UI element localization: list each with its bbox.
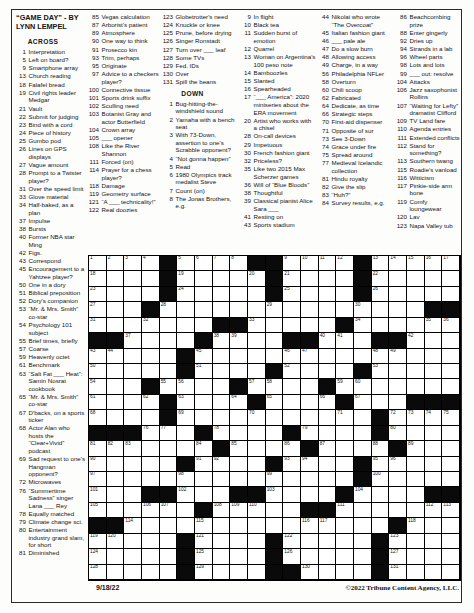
grid-cell-r12c5[interactable]: 77 [160, 426, 178, 441]
grid-cell-r9c17[interactable] [372, 379, 390, 394]
grid-cell-r20c8[interactable] [213, 549, 231, 564]
grid-cell-r7c5[interactable] [160, 349, 178, 364]
grid-cell-r4c3[interactable] [124, 302, 142, 317]
grid-cell-r12c6[interactable] [177, 426, 195, 441]
grid-cell-r19c16[interactable] [354, 534, 372, 549]
grid-cell-r18c16[interactable] [354, 518, 372, 533]
grid-cell-r8c20[interactable] [425, 364, 443, 379]
grid-cell-r10c7[interactable] [195, 395, 213, 410]
grid-cell-r19c1[interactable]: 119 [89, 534, 107, 549]
grid-cell-r14c5[interactable] [160, 457, 178, 472]
grid-cell-r8c19[interactable] [407, 364, 425, 379]
grid-cell-r8c1[interactable]: 50 [89, 364, 107, 379]
grid-cell-r20c10[interactable] [248, 549, 266, 564]
grid-cell-r18c15[interactable] [336, 518, 354, 533]
grid-cell-r8c3[interactable] [124, 364, 142, 379]
grid-cell-r21c18[interactable]: 131 [389, 565, 407, 580]
grid-cell-r16c14[interactable] [319, 487, 337, 502]
grid-cell-r20c12[interactable]: 126 [283, 549, 301, 564]
grid-cell-r20c2[interactable] [107, 549, 125, 564]
grid-cell-r1c13[interactable]: 10 [301, 256, 319, 271]
grid-cell-r16c2[interactable] [107, 487, 125, 502]
grid-cell-r19c14[interactable] [319, 534, 337, 549]
grid-cell-r2c21[interactable] [442, 271, 460, 286]
grid-cell-r21c1[interactable]: 128 [89, 565, 107, 580]
grid-cell-r6c16[interactable] [354, 333, 372, 348]
grid-cell-r7c19[interactable] [407, 349, 425, 364]
grid-cell-r18c12[interactable] [283, 518, 301, 533]
grid-cell-r7c4[interactable] [142, 349, 160, 364]
grid-cell-r4c8[interactable] [213, 302, 231, 317]
grid-cell-r21c5[interactable] [160, 565, 178, 580]
grid-cell-r13c1[interactable]: 81 [89, 441, 107, 456]
grid-cell-r21c21[interactable] [442, 565, 460, 580]
grid-cell-r3c15[interactable] [336, 287, 354, 302]
grid-cell-r4c10[interactable] [248, 302, 266, 317]
grid-cell-r16c8[interactable] [213, 487, 231, 502]
grid-cell-r2c17[interactable]: 22 [372, 271, 390, 286]
grid-cell-r12c20[interactable] [425, 426, 443, 441]
grid-cell-r1c2[interactable]: 2 [107, 256, 125, 271]
grid-cell-r13c12[interactable]: 86 [283, 441, 301, 456]
grid-cell-r17c3[interactable] [124, 503, 142, 518]
grid-cell-r17c17[interactable] [372, 503, 390, 518]
grid-cell-r20c16[interactable] [354, 549, 372, 564]
grid-cell-r7c18[interactable]: 49 [389, 349, 407, 364]
grid-cell-r6c10[interactable] [248, 333, 266, 348]
grid-cell-r2c12[interactable]: 21 [283, 271, 301, 286]
grid-cell-r18c5[interactable] [160, 518, 178, 533]
grid-cell-r11c19[interactable]: 73 [407, 410, 425, 425]
grid-cell-r9c11[interactable]: 58 [266, 379, 284, 394]
grid-cell-r18c6[interactable] [177, 518, 195, 533]
grid-cell-r19c21[interactable] [442, 534, 460, 549]
grid-cell-r3c18[interactable] [389, 287, 407, 302]
grid-cell-r12c16[interactable] [354, 426, 372, 441]
grid-cell-r19c4[interactable] [142, 534, 160, 549]
grid-cell-r17c16[interactable] [354, 503, 372, 518]
grid-cell-r11c8[interactable] [213, 410, 231, 425]
grid-cell-r7c8[interactable] [213, 349, 231, 364]
grid-cell-r13c4[interactable] [142, 441, 160, 456]
grid-cell-r19c10[interactable] [248, 534, 266, 549]
grid-cell-r7c17[interactable]: 48 [372, 349, 390, 364]
grid-cell-r19c18[interactable]: 123 [389, 534, 407, 549]
grid-cell-r12c13[interactable]: 79 [301, 426, 319, 441]
grid-cell-r2c1[interactable]: 18 [89, 271, 107, 286]
grid-cell-r3c17[interactable]: 26 [372, 287, 390, 302]
grid-cell-r18c17[interactable] [372, 518, 390, 533]
grid-cell-r10c3[interactable] [124, 395, 142, 410]
grid-cell-r5c5[interactable] [160, 318, 178, 333]
grid-cell-r16c6[interactable]: 102 [177, 487, 195, 502]
grid-cell-r3c14[interactable] [319, 287, 337, 302]
grid-cell-r9c2[interactable] [107, 379, 125, 394]
grid-cell-r11c9[interactable] [230, 410, 248, 425]
grid-cell-r15c19[interactable] [407, 472, 425, 487]
grid-cell-r17c21[interactable]: 113 [442, 503, 460, 518]
grid-cell-r14c10[interactable] [248, 457, 266, 472]
grid-cell-r16c17[interactable] [372, 487, 390, 502]
grid-cell-r11c2[interactable] [107, 410, 125, 425]
grid-cell-r19c20[interactable] [425, 534, 443, 549]
grid-cell-r4c6[interactable] [177, 302, 195, 317]
grid-cell-r1c12[interactable]: 9 [283, 256, 301, 271]
grid-cell-r9c21[interactable] [442, 379, 460, 394]
grid-cell-r3c3[interactable] [124, 287, 142, 302]
grid-cell-r20c20[interactable] [425, 549, 443, 564]
grid-cell-r6c6[interactable] [177, 333, 195, 348]
grid-cell-r21c9[interactable] [230, 565, 248, 580]
grid-cell-r21c19[interactable] [407, 565, 425, 580]
grid-cell-r16c1[interactable]: 101 [89, 487, 107, 502]
grid-cell-r16c18[interactable] [389, 487, 407, 502]
grid-cell-r15c4[interactable] [142, 472, 160, 487]
grid-cell-r8c18[interactable] [389, 364, 407, 379]
grid-cell-r1c14[interactable]: 11 [319, 256, 337, 271]
grid-cell-r20c7[interactable]: 125 [195, 549, 213, 564]
grid-cell-r10c8[interactable] [213, 395, 231, 410]
grid-cell-r15c1[interactable]: 97 [89, 472, 107, 487]
grid-cell-r20c1[interactable]: 124 [89, 549, 107, 564]
grid-cell-r16c3[interactable] [124, 487, 142, 502]
grid-cell-r14c8[interactable]: 92 [213, 457, 231, 472]
grid-cell-r10c17[interactable] [372, 395, 390, 410]
grid-cell-r16c13[interactable] [301, 487, 319, 502]
grid-cell-r1c19[interactable]: 15 [407, 256, 425, 271]
grid-cell-r10c11[interactable]: 65 [266, 395, 284, 410]
grid-cell-r19c7[interactable]: 121 [195, 534, 213, 549]
grid-cell-r5c12[interactable] [283, 318, 301, 333]
grid-cell-r19c3[interactable] [124, 534, 142, 549]
grid-cell-r17c4[interactable]: 106 [142, 503, 160, 518]
grid-cell-r2c18[interactable] [389, 271, 407, 286]
grid-cell-r17c20[interactable]: 112 [425, 503, 443, 518]
grid-cell-r21c3[interactable] [124, 565, 142, 580]
grid-cell-r14c1[interactable]: 90 [89, 457, 107, 472]
grid-cell-r8c21[interactable] [442, 364, 460, 379]
grid-cell-r10c14[interactable]: 66 [319, 395, 337, 410]
grid-cell-r11c11[interactable] [266, 410, 284, 425]
grid-cell-r8c12[interactable]: 52 [283, 364, 301, 379]
grid-cell-r17c9[interactable]: 109 [230, 503, 248, 518]
grid-cell-r21c14[interactable] [319, 565, 337, 580]
grid-cell-r9c10[interactable]: 57 [248, 379, 266, 394]
grid-cell-r17c5[interactable]: 107 [160, 503, 178, 518]
grid-cell-r7c16[interactable] [354, 349, 372, 364]
grid-cell-r5c7[interactable] [195, 318, 213, 333]
grid-cell-r18c7[interactable]: 115 [195, 518, 213, 533]
grid-cell-r4c2[interactable] [107, 302, 125, 317]
grid-cell-r2c2[interactable] [107, 271, 125, 286]
grid-cell-r13c17[interactable]: 88 [372, 441, 390, 456]
grid-cell-r5c13[interactable] [301, 318, 319, 333]
grid-cell-r9c18[interactable] [389, 379, 407, 394]
grid-cell-r10c2[interactable] [107, 395, 125, 410]
grid-cell-r15c9[interactable] [230, 472, 248, 487]
grid-cell-r10c4[interactable]: 62 [142, 395, 160, 410]
grid-cell-r17c15[interactable]: 111 [336, 503, 354, 518]
grid-cell-r14c4[interactable] [142, 457, 160, 472]
grid-cell-r13c16[interactable] [354, 441, 372, 456]
grid-cell-r1c6[interactable]: 5 [177, 256, 195, 271]
grid-cell-r1c4[interactable]: 4 [142, 256, 160, 271]
grid-cell-r11c12[interactable] [283, 410, 301, 425]
grid-cell-r17c18[interactable] [389, 503, 407, 518]
grid-cell-r11c14[interactable] [319, 410, 337, 425]
grid-cell-r11c3[interactable] [124, 410, 142, 425]
grid-cell-r21c15[interactable] [336, 565, 354, 580]
grid-cell-r7c9[interactable] [230, 349, 248, 364]
grid-cell-r19c12[interactable]: 122 [283, 534, 301, 549]
grid-cell-r5c4[interactable]: 32 [142, 318, 160, 333]
grid-cell-r10c13[interactable] [301, 395, 319, 410]
grid-cell-r9c1[interactable]: 54 [89, 379, 107, 394]
grid-cell-r11c10[interactable]: 70 [248, 410, 266, 425]
grid-cell-r17c19[interactable] [407, 503, 425, 518]
grid-cell-r3c12[interactable]: 25 [283, 287, 301, 302]
grid-cell-r5c11[interactable] [266, 318, 284, 333]
grid-cell-r20c18[interactable]: 127 [389, 549, 407, 564]
grid-cell-r2c15[interactable] [336, 271, 354, 286]
grid-cell-r2c9[interactable] [230, 271, 248, 286]
grid-cell-r12c4[interactable]: 76 [142, 426, 160, 441]
grid-cell-r3c13[interactable] [301, 287, 319, 302]
grid-cell-r6c5[interactable] [160, 333, 178, 348]
grid-cell-r20c15[interactable] [336, 549, 354, 564]
grid-cell-r2c13[interactable] [301, 271, 319, 286]
grid-cell-r8c13[interactable] [301, 364, 319, 379]
grid-cell-r18c20[interactable] [425, 518, 443, 533]
grid-cell-r19c8[interactable] [213, 534, 231, 549]
grid-cell-r5c18[interactable] [389, 318, 407, 333]
grid-cell-r15c21[interactable] [442, 472, 460, 487]
grid-cell-r4c16[interactable]: 30 [354, 302, 372, 317]
grid-cell-r18c11[interactable] [266, 518, 284, 533]
grid-cell-r6c19[interactable]: 42 [407, 333, 425, 348]
grid-cell-r7c11[interactable] [266, 349, 284, 364]
grid-cell-r3c2[interactable] [107, 287, 125, 302]
grid-cell-r13c6[interactable] [177, 441, 195, 456]
grid-cell-r11c15[interactable]: 71 [336, 410, 354, 425]
grid-cell-r15c8[interactable] [213, 472, 231, 487]
grid-cell-r14c13[interactable]: 94 [301, 457, 319, 472]
grid-cell-r17c2[interactable] [107, 503, 125, 518]
grid-cell-r5c2[interactable] [107, 318, 125, 333]
grid-cell-r4c1[interactable]: 27 [89, 302, 107, 317]
grid-cell-r6c14[interactable]: 40 [319, 333, 337, 348]
grid-cell-r13c7[interactable]: 84 [195, 441, 213, 456]
grid-cell-r1c21[interactable]: 17 [442, 256, 460, 271]
grid-cell-r7c2[interactable]: 44 [107, 349, 125, 364]
grid-cell-r15c14[interactable] [319, 472, 337, 487]
grid-cell-r17c1[interactable]: 105 [89, 503, 107, 518]
grid-cell-r15c15[interactable] [336, 472, 354, 487]
grid-cell-r4c5[interactable]: 28 [160, 302, 178, 317]
grid-cell-r7c7[interactable]: 45 [195, 349, 213, 364]
grid-cell-r5c6[interactable] [177, 318, 195, 333]
grid-cell-r19c9[interactable] [230, 534, 248, 549]
grid-cell-r2c14[interactable] [319, 271, 337, 286]
grid-cell-r14c21[interactable] [442, 457, 460, 472]
grid-cell-r21c20[interactable] [425, 565, 443, 580]
grid-cell-r14c9[interactable] [230, 457, 248, 472]
grid-cell-r7c14[interactable] [319, 349, 337, 364]
grid-cell-r15c2[interactable] [107, 472, 125, 487]
grid-cell-r10c1[interactable]: 61 [89, 395, 107, 410]
grid-cell-r7c3[interactable] [124, 349, 142, 364]
grid-cell-r2c20[interactable] [425, 271, 443, 286]
grid-cell-r9c16[interactable]: 60 [354, 379, 372, 394]
grid-cell-r18c14[interactable]: 117 [319, 518, 337, 533]
grid-cell-r19c5[interactable] [160, 534, 178, 549]
grid-cell-r20c13[interactable] [301, 549, 319, 564]
grid-cell-r15c20[interactable] [425, 472, 443, 487]
grid-cell-r20c14[interactable] [319, 549, 337, 564]
grid-cell-r5c16[interactable]: 34 [354, 318, 372, 333]
grid-cell-r19c19[interactable] [407, 534, 425, 549]
grid-cell-r7c13[interactable]: 47 [301, 349, 319, 364]
grid-cell-r17c11[interactable] [266, 503, 284, 518]
grid-cell-r9c7[interactable] [195, 379, 213, 394]
grid-cell-r5c1[interactable]: 31 [89, 318, 107, 333]
grid-cell-r14c2[interactable] [107, 457, 125, 472]
grid-cell-r5c3[interactable] [124, 318, 142, 333]
grid-cell-r16c11[interactable]: 103 [266, 487, 284, 502]
grid-cell-r14c20[interactable] [425, 457, 443, 472]
grid-cell-r2c3[interactable] [124, 271, 142, 286]
grid-cell-r18c13[interactable]: 116 [301, 518, 319, 533]
grid-cell-r5c20[interactable]: 35 [425, 318, 443, 333]
grid-cell-r19c2[interactable]: 120 [107, 534, 125, 549]
grid-cell-r12c21[interactable] [442, 426, 460, 441]
grid-cell-r8c15[interactable] [336, 364, 354, 379]
grid-cell-r3c19[interactable] [407, 287, 425, 302]
grid-cell-r15c7[interactable] [195, 472, 213, 487]
grid-cell-r14c7[interactable]: 91 [195, 457, 213, 472]
grid-cell-r9c5[interactable]: 55 [160, 379, 178, 394]
grid-cell-r13c10[interactable] [248, 441, 266, 456]
grid-cell-r9c13[interactable] [301, 379, 319, 394]
grid-cell-r8c14[interactable] [319, 364, 337, 379]
grid-cell-r3c1[interactable]: 23 [89, 287, 107, 302]
grid-cell-r3c10[interactable] [248, 287, 266, 302]
grid-cell-r4c13[interactable] [301, 302, 319, 317]
grid-cell-r8c9[interactable] [230, 364, 248, 379]
grid-cell-r17c6[interactable] [177, 503, 195, 518]
grid-cell-r18c10[interactable] [248, 518, 266, 533]
grid-cell-r7c20[interactable] [425, 349, 443, 364]
grid-cell-r2c6[interactable]: 19 [177, 271, 195, 286]
grid-cell-r4c18[interactable] [389, 302, 407, 317]
grid-cell-r5c21[interactable]: 36 [442, 318, 460, 333]
grid-cell-r9c8[interactable] [213, 379, 231, 394]
grid-cell-r17c10[interactable]: 110 [248, 503, 266, 518]
grid-cell-r3c9[interactable] [230, 287, 248, 302]
grid-cell-r3c21[interactable] [442, 287, 460, 302]
grid-cell-r3c4[interactable] [142, 287, 160, 302]
grid-cell-r21c16[interactable] [354, 565, 372, 580]
grid-cell-r3c7[interactable] [195, 287, 213, 302]
grid-cell-r1c15[interactable]: 12 [336, 256, 354, 271]
grid-cell-r15c17[interactable]: 100 [372, 472, 390, 487]
grid-cell-r12c10[interactable] [248, 426, 266, 441]
grid-cell-r21c4[interactable] [142, 565, 160, 580]
grid-cell-r15c6[interactable]: 98 [177, 472, 195, 487]
grid-cell-r14c17[interactable]: 95 [372, 457, 390, 472]
grid-cell-r16c12[interactable] [283, 487, 301, 502]
grid-cell-r18c9[interactable] [230, 518, 248, 533]
grid-cell-r4c12[interactable] [283, 302, 301, 317]
grid-cell-r9c19[interactable] [407, 379, 425, 394]
grid-cell-r11c20[interactable]: 74 [425, 410, 443, 425]
grid-cell-r13c21[interactable] [442, 441, 460, 456]
grid-cell-r13c3[interactable]: 83 [124, 441, 142, 456]
grid-cell-r21c8[interactable] [213, 565, 231, 580]
grid-cell-r4c9[interactable] [230, 302, 248, 317]
grid-cell-r21c7[interactable]: 129 [195, 565, 213, 580]
grid-cell-r17c12[interactable] [283, 503, 301, 518]
grid-cell-r15c12[interactable] [283, 472, 301, 487]
grid-cell-r7c15[interactable] [336, 349, 354, 364]
grid-cell-r8c4[interactable] [142, 364, 160, 379]
grid-cell-r12c18[interactable]: 80 [389, 426, 407, 441]
grid-cell-r8c5[interactable] [160, 364, 178, 379]
grid-cell-r11c7[interactable] [195, 410, 213, 425]
grid-cell-r6c9[interactable]: 39 [230, 333, 248, 348]
grid-cell-r5c19[interactable] [407, 318, 425, 333]
grid-cell-r17c8[interactable]: 108 [213, 503, 231, 518]
grid-cell-r7c12[interactable]: 46 [283, 349, 301, 364]
grid-cell-r4c7[interactable] [195, 302, 213, 317]
grid-cell-r11c1[interactable]: 68 [89, 410, 107, 425]
grid-cell-r4c15[interactable] [336, 302, 354, 317]
grid-cell-r11c16[interactable] [354, 410, 372, 425]
grid-cell-r2c8[interactable] [213, 271, 231, 286]
grid-cell-r7c10[interactable] [248, 349, 266, 364]
grid-cell-r12c11[interactable] [266, 426, 284, 441]
grid-cell-r19c13[interactable] [301, 534, 319, 549]
grid-cell-r2c7[interactable] [195, 271, 213, 286]
grid-cell-r12c14[interactable] [319, 426, 337, 441]
grid-cell-r21c2[interactable] [107, 565, 125, 580]
grid-cell-r16c7[interactable] [195, 487, 213, 502]
grid-cell-r14c19[interactable] [407, 457, 425, 472]
grid-cell-r4c11[interactable]: 29 [266, 302, 284, 317]
grid-cell-r5c17[interactable] [372, 318, 390, 333]
grid-cell-r20c9[interactable] [230, 549, 248, 564]
grid-cell-r13c19[interactable]: 89 [407, 441, 425, 456]
grid-cell-r10c9[interactable]: 64 [230, 395, 248, 410]
grid-cell-r4c14[interactable] [319, 302, 337, 317]
grid-cell-r13c15[interactable] [336, 441, 354, 456]
grid-cell-r7c21[interactable] [442, 349, 460, 364]
grid-cell-r12c19[interactable] [407, 426, 425, 441]
grid-cell-r11c21[interactable]: 75 [442, 410, 460, 425]
grid-cell-r9c15[interactable]: 59 [336, 379, 354, 394]
grid-cell-r14c18[interactable]: 96 [389, 457, 407, 472]
grid-cell-r14c3[interactable] [124, 457, 142, 472]
grid-cell-r18c19[interactable]: 118 [407, 518, 425, 533]
grid-cell-r12c15[interactable] [336, 426, 354, 441]
grid-cell-r13c20[interactable] [425, 441, 443, 456]
grid-cell-r15c11[interactable]: 99 [266, 472, 284, 487]
grid-cell-r14c14[interactable] [319, 457, 337, 472]
grid-cell-r11c13[interactable] [301, 410, 319, 425]
grid-cell-r6c4[interactable] [142, 333, 160, 348]
grid-cell-r6c3[interactable]: 37 [124, 333, 142, 348]
grid-cell-r2c19[interactable] [407, 271, 425, 286]
